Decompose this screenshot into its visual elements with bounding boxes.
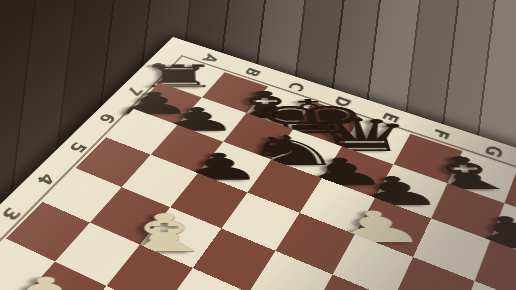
- file-label-a: A: [198, 51, 223, 66]
- chess-photo-scene: ♜♝♚♛♝♟♟♞♟♟♟♟♟♝♟ ABCDEFGH87654321: [0, 0, 516, 290]
